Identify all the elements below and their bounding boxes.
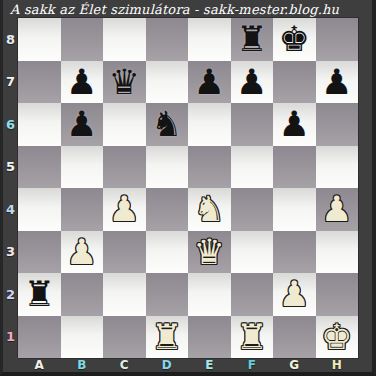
square-g7[interactable] [273, 61, 316, 104]
square-d2[interactable] [146, 273, 189, 316]
square-g2[interactable]: ♟ [273, 273, 316, 316]
file-label-h: H [316, 358, 359, 372]
white-knight-e4[interactable]: ♞ [194, 188, 225, 230]
file-label-f: F [231, 358, 274, 372]
square-g1[interactable] [273, 316, 316, 359]
square-b2[interactable] [61, 273, 104, 316]
square-g5[interactable] [273, 146, 316, 189]
square-c6[interactable] [103, 103, 146, 146]
square-f1[interactable]: ♜ [231, 316, 274, 359]
square-e6[interactable] [188, 103, 231, 146]
rank-label-1: 1 [3, 316, 18, 359]
black-pawn-h7[interactable]: ♟ [321, 61, 352, 103]
square-e5[interactable] [188, 146, 231, 189]
square-d7[interactable] [146, 61, 189, 104]
file-label-d: D [146, 358, 189, 372]
square-h5[interactable] [316, 146, 359, 189]
square-c5[interactable] [103, 146, 146, 189]
square-h3[interactable] [316, 231, 359, 274]
square-h7[interactable]: ♟ [316, 61, 359, 104]
square-e7[interactable]: ♟ [188, 61, 231, 104]
rank-label-3: 3 [3, 231, 18, 274]
square-a6[interactable] [18, 103, 61, 146]
square-a1[interactable] [18, 316, 61, 359]
square-c8[interactable] [103, 18, 146, 61]
black-pawn-f7[interactable]: ♟ [236, 61, 267, 103]
square-c1[interactable] [103, 316, 146, 359]
rank-label-8: 8 [3, 18, 18, 61]
square-e3[interactable]: ♛ [188, 231, 231, 274]
square-b1[interactable] [61, 316, 104, 359]
file-label-e: E [188, 358, 231, 372]
square-a8[interactable] [18, 18, 61, 61]
white-rook-f1[interactable]: ♜ [236, 316, 267, 358]
square-d8[interactable] [146, 18, 189, 61]
file-labels: ABCDEFGH [18, 358, 358, 372]
square-c2[interactable] [103, 273, 146, 316]
square-c4[interactable]: ♟ [103, 188, 146, 231]
square-g6[interactable]: ♟ [273, 103, 316, 146]
square-d6[interactable]: ♞ [146, 103, 189, 146]
square-b6[interactable]: ♟ [61, 103, 104, 146]
white-queen-e3[interactable]: ♛ [194, 231, 225, 273]
title-bar: A sakk az Élet szimulátora - sakk-mester… [3, 0, 372, 18]
square-f6[interactable] [231, 103, 274, 146]
square-f5[interactable] [231, 146, 274, 189]
square-f3[interactable] [231, 231, 274, 274]
board-area: 87654321 ♜♚♟♛♟♟♟♟♞♟♟♞♟♟♛♜♟♜♜♚ ABCDEFGH [3, 18, 372, 372]
square-f8[interactable]: ♜ [231, 18, 274, 61]
square-d3[interactable] [146, 231, 189, 274]
square-f2[interactable] [231, 273, 274, 316]
chess-board: ♜♚♟♛♟♟♟♟♞♟♟♞♟♟♛♜♟♜♜♚ [18, 18, 358, 358]
page-title: A sakk az Élet szimulátora - sakk-mester… [10, 2, 339, 17]
white-pawn-b3[interactable]: ♟ [66, 231, 97, 273]
square-f7[interactable]: ♟ [231, 61, 274, 104]
square-e2[interactable] [188, 273, 231, 316]
square-a4[interactable] [18, 188, 61, 231]
square-b8[interactable] [61, 18, 104, 61]
chess-diagram-window: A sakk az Élet szimulátora - sakk-mester… [0, 0, 376, 376]
square-d4[interactable] [146, 188, 189, 231]
black-pawn-e7[interactable]: ♟ [194, 61, 225, 103]
black-rook-f8[interactable]: ♜ [236, 18, 267, 60]
white-pawn-g2[interactable]: ♟ [279, 273, 310, 315]
corner-spacer [3, 358, 18, 372]
rank-label-7: 7 [3, 61, 18, 104]
black-knight-d6[interactable]: ♞ [151, 103, 182, 145]
file-label-g: G [273, 358, 316, 372]
file-label-b: B [61, 358, 104, 372]
square-f4[interactable] [231, 188, 274, 231]
square-e4[interactable]: ♞ [188, 188, 231, 231]
square-a2[interactable]: ♜ [18, 273, 61, 316]
square-b7[interactable]: ♟ [61, 61, 104, 104]
rank-labels: 87654321 [3, 18, 18, 358]
square-a5[interactable] [18, 146, 61, 189]
square-e8[interactable] [188, 18, 231, 61]
black-pawn-b6[interactable]: ♟ [66, 103, 97, 145]
rank-label-4: 4 [3, 188, 18, 231]
square-c7[interactable]: ♛ [103, 61, 146, 104]
square-g4[interactable] [273, 188, 316, 231]
square-c3[interactable] [103, 231, 146, 274]
black-rook-a2[interactable]: ♜ [24, 273, 55, 315]
square-b5[interactable] [61, 146, 104, 189]
square-d1[interactable]: ♜ [146, 316, 189, 359]
rank-label-5: 5 [3, 146, 18, 189]
square-b4[interactable] [61, 188, 104, 231]
white-pawn-c4[interactable]: ♟ [109, 188, 140, 230]
square-d5[interactable] [146, 146, 189, 189]
square-h6[interactable] [316, 103, 359, 146]
square-h1[interactable]: ♚ [316, 316, 359, 359]
white-king-h1[interactable]: ♚ [321, 316, 352, 358]
white-rook-d1[interactable]: ♜ [151, 316, 182, 358]
square-g8[interactable]: ♚ [273, 18, 316, 61]
square-e1[interactable] [188, 316, 231, 359]
black-pawn-b7[interactable]: ♟ [66, 61, 97, 103]
black-king-g8[interactable]: ♚ [279, 18, 310, 60]
black-pawn-g6[interactable]: ♟ [279, 103, 310, 145]
square-h4[interactable]: ♟ [316, 188, 359, 231]
white-pawn-h4[interactable]: ♟ [321, 188, 352, 230]
rank-label-6: 6 [3, 103, 18, 146]
square-h8[interactable] [316, 18, 359, 61]
file-label-a: A [18, 358, 61, 372]
square-a3[interactable] [18, 231, 61, 274]
black-queen-c7[interactable]: ♛ [109, 61, 140, 103]
square-h2[interactable] [316, 273, 359, 316]
file-label-c: C [103, 358, 146, 372]
square-g3[interactable] [273, 231, 316, 274]
square-a7[interactable] [18, 61, 61, 104]
square-b3[interactable]: ♟ [61, 231, 104, 274]
rank-label-2: 2 [3, 273, 18, 316]
